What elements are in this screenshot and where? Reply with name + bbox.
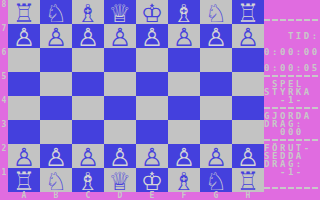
- square-b5[interactable]: [40, 72, 72, 96]
- lookahead-value: -1-: [264, 168, 320, 176]
- square-c7[interactable]: ♙: [72, 24, 104, 48]
- square-c4[interactable]: [72, 96, 104, 120]
- square-e8[interactable]: ♔: [136, 0, 168, 24]
- square-d5[interactable]: [104, 72, 136, 96]
- divider-3: [264, 107, 320, 109]
- square-d6[interactable]: [104, 48, 136, 72]
- piece-white-bishop-f1[interactable]: ♗: [173, 169, 195, 194]
- file-label-g: G: [200, 192, 232, 200]
- square-a1[interactable]: ♖: [8, 168, 40, 192]
- square-h5[interactable]: [232, 72, 264, 96]
- square-h3[interactable]: [232, 120, 264, 144]
- square-h1[interactable]: ♖: [232, 168, 264, 192]
- piece-white-rook-a1[interactable]: ♖: [13, 169, 35, 194]
- time-label: TID:: [264, 32, 320, 40]
- divider-2: [264, 75, 320, 77]
- square-b4[interactable]: [40, 96, 72, 120]
- square-e5[interactable]: [136, 72, 168, 96]
- piece-white-king-e1[interactable]: ♔: [141, 169, 163, 194]
- square-c1[interactable]: ♗: [72, 168, 104, 192]
- square-e7[interactable]: ♙: [136, 24, 168, 48]
- square-b7[interactable]: ♙: [40, 24, 72, 48]
- square-g8[interactable]: ♘: [200, 0, 232, 24]
- square-e6[interactable]: [136, 48, 168, 72]
- square-g2[interactable]: ♙: [200, 144, 232, 168]
- square-c5[interactable]: [72, 72, 104, 96]
- square-b2[interactable]: ♙: [40, 144, 72, 168]
- chess-game-screen: ♖♘♗♕♔♗♘♖♙♙♙♙♙♙♙♙♙♙♙♙♙♙♙♙♖♘♗♕♔♗♘♖ 8765432…: [0, 0, 320, 200]
- square-h2[interactable]: ♙: [232, 144, 264, 168]
- square-h8[interactable]: ♖: [232, 0, 264, 24]
- file-label-d: D: [104, 192, 136, 200]
- piece-white-bishop-c1[interactable]: ♗: [77, 169, 99, 194]
- square-g4[interactable]: [200, 96, 232, 120]
- square-c8[interactable]: ♗: [72, 0, 104, 24]
- file-label-c: C: [72, 192, 104, 200]
- square-a4[interactable]: [8, 96, 40, 120]
- square-h6[interactable]: [232, 48, 264, 72]
- square-g1[interactable]: ♘: [200, 168, 232, 192]
- square-h7[interactable]: ♙: [232, 24, 264, 48]
- square-d2[interactable]: ♙: [104, 144, 136, 168]
- piece-white-knight-b1[interactable]: ♘: [45, 169, 67, 194]
- square-b1[interactable]: ♘: [40, 168, 72, 192]
- square-a7[interactable]: ♙: [8, 24, 40, 48]
- square-f5[interactable]: [168, 72, 200, 96]
- file-label-h: H: [232, 192, 264, 200]
- square-f8[interactable]: ♗: [168, 0, 200, 24]
- square-f4[interactable]: [168, 96, 200, 120]
- square-a5[interactable]: [8, 72, 40, 96]
- file-label-b: B: [40, 192, 72, 200]
- rank-label-2: 2: [0, 145, 8, 153]
- square-g7[interactable]: ♙: [200, 24, 232, 48]
- square-d3[interactable]: [104, 120, 136, 144]
- file-label-e: E: [136, 192, 168, 200]
- square-e4[interactable]: [136, 96, 168, 120]
- square-a6[interactable]: [8, 48, 40, 72]
- divider-1: [264, 19, 320, 21]
- square-b8[interactable]: ♘: [40, 0, 72, 24]
- square-d8[interactable]: ♕: [104, 0, 136, 24]
- square-f7[interactable]: ♙: [168, 24, 200, 48]
- square-d4[interactable]: [104, 96, 136, 120]
- rank-label-1: 1: [0, 169, 8, 177]
- piece-white-rook-h1[interactable]: ♖: [237, 169, 259, 194]
- square-c3[interactable]: [72, 120, 104, 144]
- piece-black-pawn-h7[interactable]: ♙: [237, 25, 259, 50]
- square-e2[interactable]: ♙: [136, 144, 168, 168]
- square-a8[interactable]: ♖: [8, 0, 40, 24]
- piece-white-knight-g1[interactable]: ♘: [205, 169, 227, 194]
- square-c2[interactable]: ♙: [72, 144, 104, 168]
- rank-label-3: 3: [0, 121, 8, 129]
- clock-bottom: 0:00:05: [264, 64, 320, 72]
- file-label-f: F: [168, 192, 200, 200]
- square-g6[interactable]: [200, 48, 232, 72]
- square-f2[interactable]: ♙: [168, 144, 200, 168]
- moves-made-value: 000: [264, 128, 320, 136]
- piece-black-pawn-c7[interactable]: ♙: [77, 25, 99, 50]
- strength-value: -1-: [264, 96, 320, 104]
- square-e3[interactable]: [136, 120, 168, 144]
- clock-top: 0:00:00: [264, 48, 320, 56]
- divider-5: [264, 187, 320, 189]
- square-h4[interactable]: [232, 96, 264, 120]
- square-g5[interactable]: [200, 72, 232, 96]
- rank-label-7: 7: [0, 25, 8, 33]
- piece-black-pawn-b7[interactable]: ♙: [45, 25, 67, 50]
- square-e1[interactable]: ♔: [136, 168, 168, 192]
- square-f3[interactable]: [168, 120, 200, 144]
- rank-label-8: 8: [0, 1, 8, 9]
- square-a3[interactable]: [8, 120, 40, 144]
- divider-4: [264, 139, 320, 141]
- rank-label-5: 5: [0, 73, 8, 81]
- square-d7[interactable]: ♙: [104, 24, 136, 48]
- square-b6[interactable]: [40, 48, 72, 72]
- square-f1[interactable]: ♗: [168, 168, 200, 192]
- square-b3[interactable]: [40, 120, 72, 144]
- square-f6[interactable]: [168, 48, 200, 72]
- piece-black-pawn-g7[interactable]: ♙: [205, 25, 227, 50]
- square-a2[interactable]: ♙: [8, 144, 40, 168]
- piece-black-pawn-d7[interactable]: ♙: [109, 25, 131, 50]
- chess-board: ♖♘♗♕♔♗♘♖♙♙♙♙♙♙♙♙♙♙♙♙♙♙♙♙♖♘♗♕♔♗♘♖: [8, 0, 264, 192]
- square-d1[interactable]: ♕: [104, 168, 136, 192]
- square-c6[interactable]: [72, 48, 104, 72]
- piece-black-pawn-e7[interactable]: ♙: [141, 25, 163, 50]
- file-label-a: A: [8, 192, 40, 200]
- square-g3[interactable]: [200, 120, 232, 144]
- rank-label-4: 4: [0, 97, 8, 105]
- piece-black-pawn-a7[interactable]: ♙: [13, 25, 35, 50]
- piece-white-queen-d1[interactable]: ♕: [109, 169, 131, 194]
- rank-label-6: 6: [0, 49, 8, 57]
- piece-black-pawn-f7[interactable]: ♙: [173, 25, 195, 50]
